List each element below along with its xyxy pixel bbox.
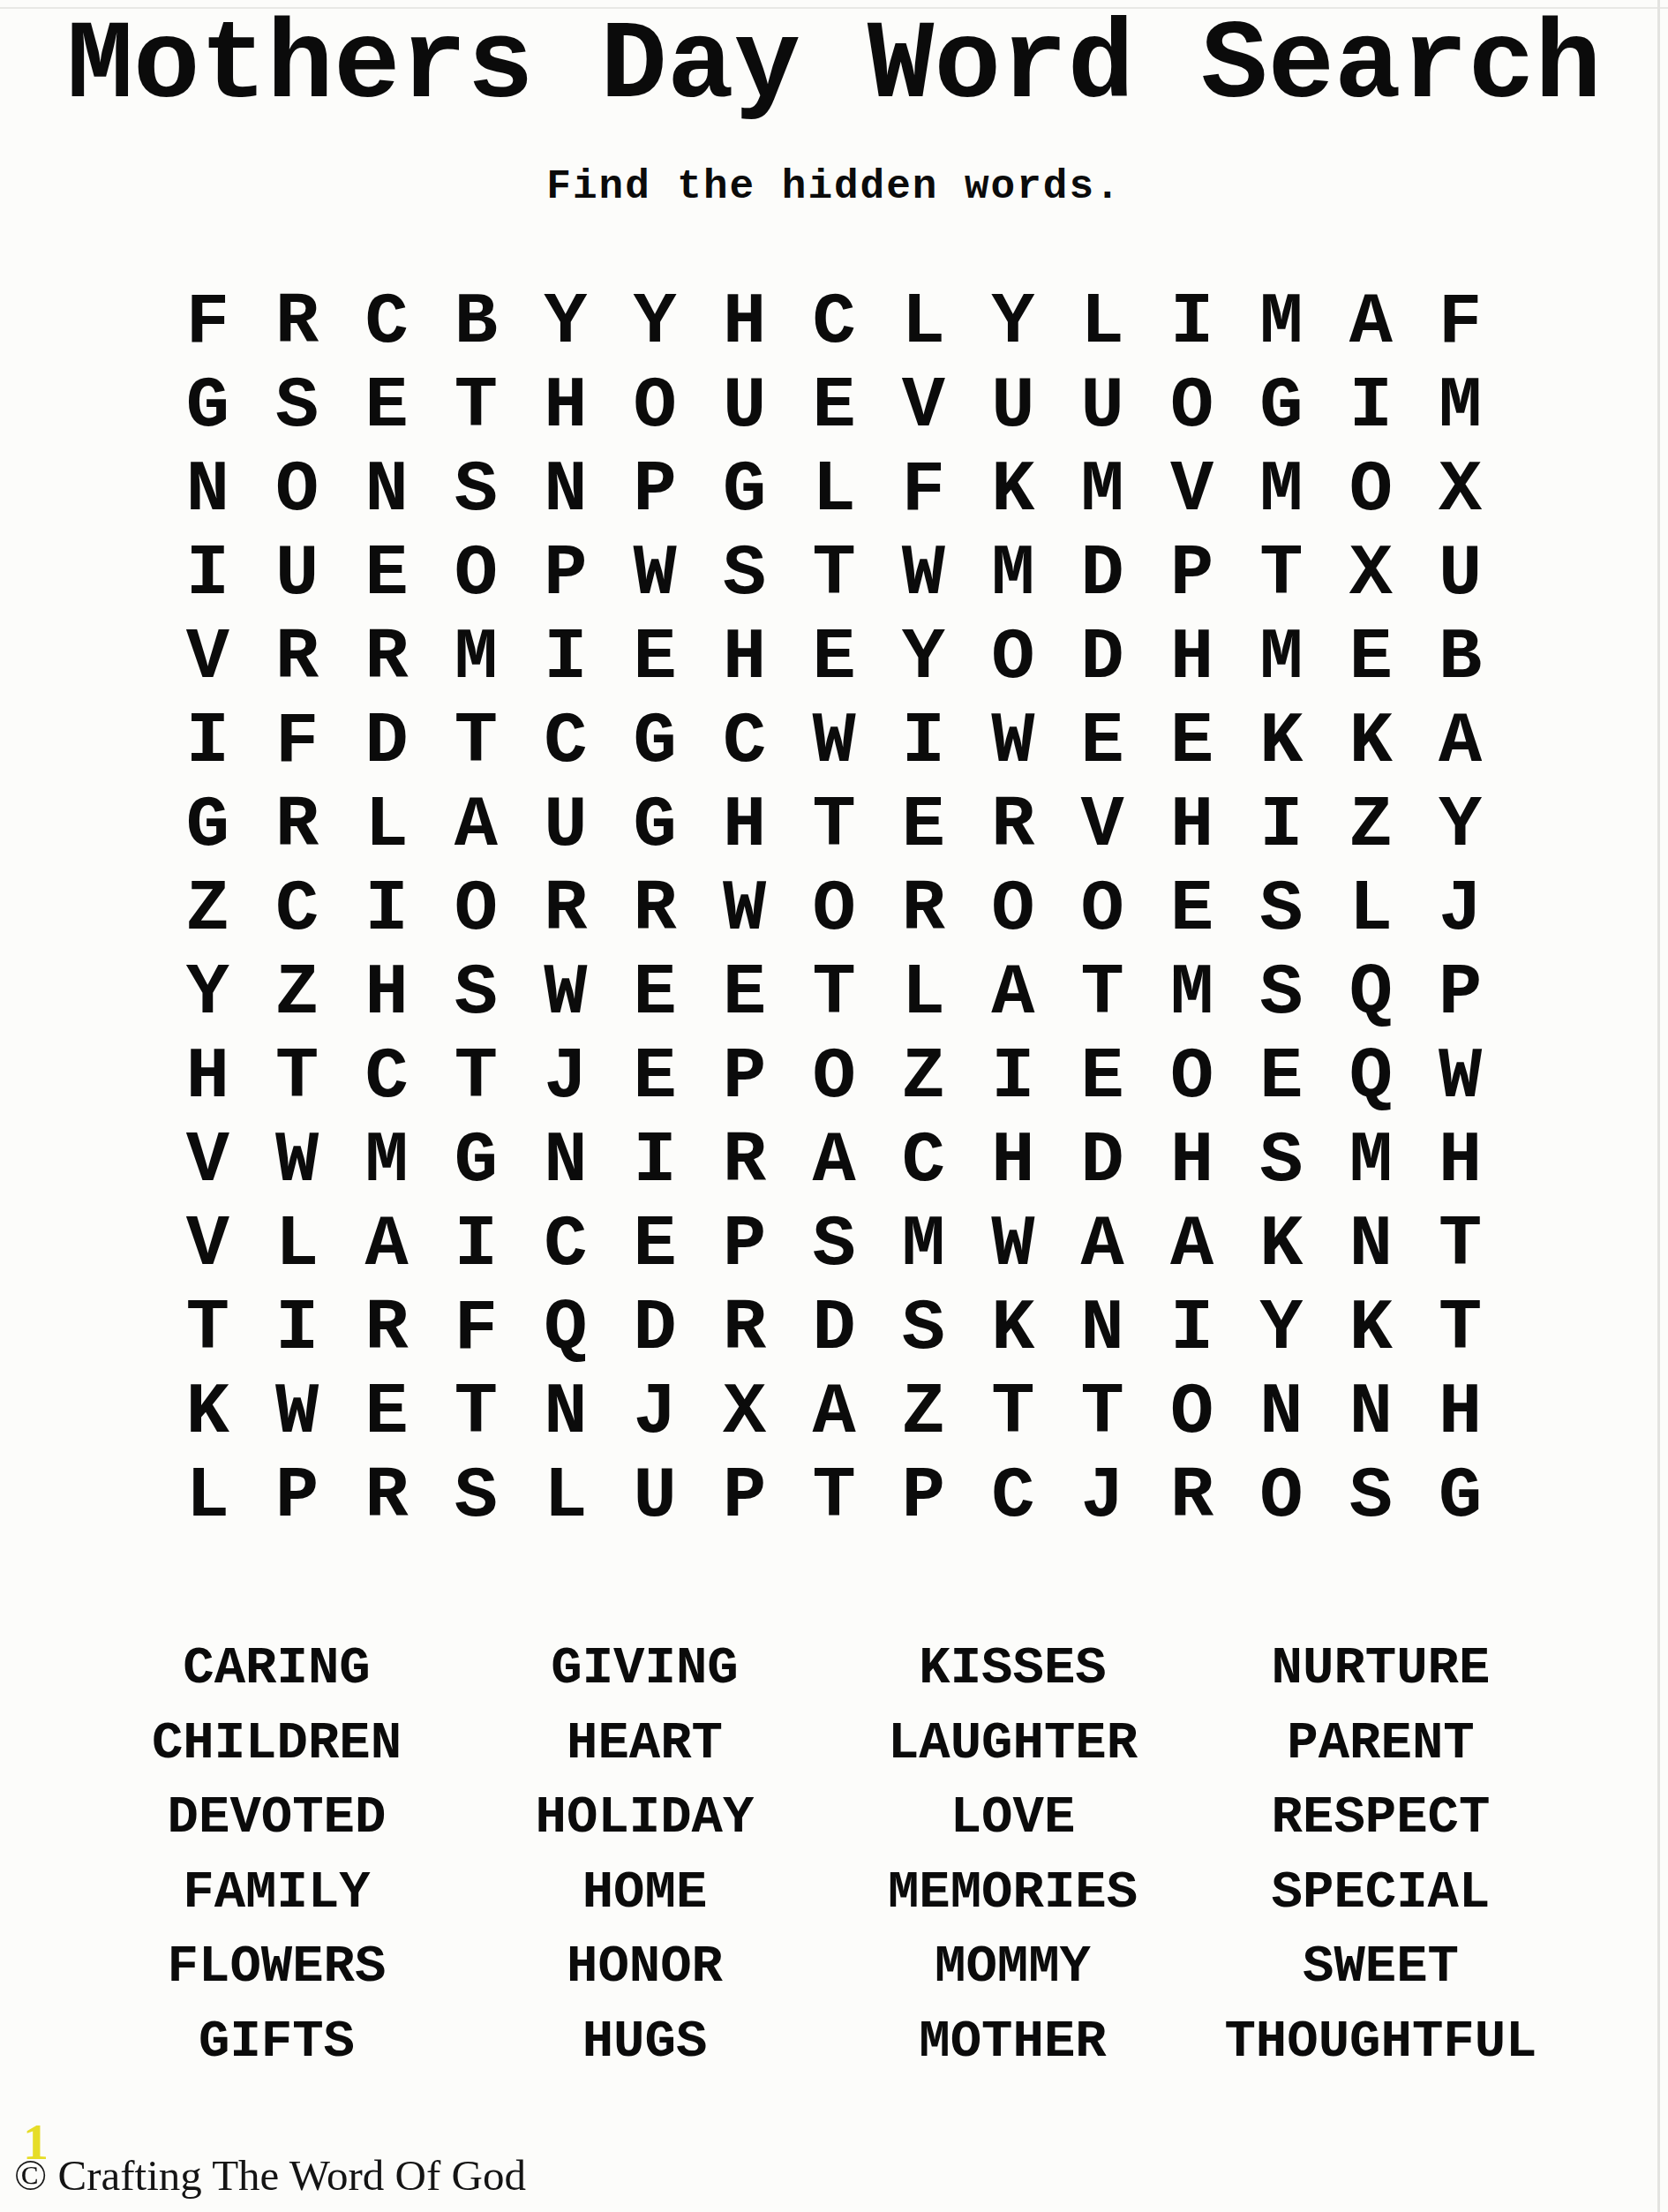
grid-cell-r1c4[interactable]: B [432,281,521,365]
grid-cell-r13c2[interactable]: I [252,1287,342,1371]
grid-cell-r12c8[interactable]: S [789,1203,878,1287]
grid-cell-r5c6[interactable]: E [611,616,700,700]
word-item-respect: RESPECT [1197,1781,1565,1856]
grid-cell-r10c7[interactable]: P [700,1035,789,1119]
grid-cell-r6c14[interactable]: K [1326,700,1416,784]
grid-cell-r12c13[interactable]: K [1236,1203,1326,1287]
grid-cell-r11c12[interactable]: H [1147,1119,1236,1203]
grid-cell-r4c11[interactable]: D [1057,532,1146,616]
word-item-home: HOME [461,1856,829,1931]
word-item-nurture: NURTURE [1197,1632,1565,1707]
word-item-giving: GIVING [461,1632,829,1707]
word-item-family: FAMILY [93,1856,461,1931]
word-item-sweet: SWEET [1197,1930,1565,2005]
grid-cell-r8c14[interactable]: L [1326,868,1416,952]
grid-cell-r12c3[interactable]: A [342,1203,431,1287]
grid-cell-r10c4[interactable]: T [432,1035,521,1119]
grid-cell-r6c11[interactable]: E [1057,700,1146,784]
word-item-hugs: HUGS [461,2005,829,2080]
grid-cell-r2c13[interactable]: G [1236,365,1326,448]
grid-cell-r15c11[interactable]: J [1057,1455,1146,1539]
grid-cell-r4c14[interactable]: X [1326,532,1416,616]
grid-cell-r1c15[interactable]: F [1416,281,1505,365]
grid-cell-r15c7[interactable]: P [700,1455,789,1539]
grid-cell-r5c9[interactable]: Y [879,616,968,700]
grid-cell-r15c1[interactable]: L [163,1455,252,1539]
grid-cell-r15c14[interactable]: S [1326,1455,1416,1539]
grid-cell-r14c12[interactable]: O [1147,1371,1236,1455]
grid-cell-r12c5[interactable]: C [521,1203,610,1287]
grid-cell-r5c5[interactable]: I [521,616,610,700]
grid-cell-r15c4[interactable]: S [432,1455,521,1539]
grid-cell-r2c7[interactable]: U [700,365,789,448]
grid-cell-r12c9[interactable]: M [879,1203,968,1287]
grid-cell-r7c15[interactable]: Y [1416,784,1505,868]
grid-cell-r7c2[interactable]: R [252,784,342,868]
grid-cell-r14c9[interactable]: Z [879,1371,968,1455]
grid-cell-r6c6[interactable]: G [611,700,700,784]
grid-cell-r10c6[interactable]: E [611,1035,700,1119]
grid-cell-r11c1[interactable]: V [163,1119,252,1203]
word-item-children: CHILDREN [93,1707,461,1782]
word-item-devoted: DEVOTED [93,1781,461,1856]
grid-cell-r4c5[interactable]: P [521,532,610,616]
grid-cell-r2c8[interactable]: E [789,365,878,448]
grid-cell-r12c1[interactable]: V [163,1203,252,1287]
grid-cell-r10c13[interactable]: E [1236,1035,1326,1119]
grid-cell-r2c3[interactable]: E [342,365,431,448]
grid-cell-r11c3[interactable]: M [342,1119,431,1203]
grid-cell-r3c11[interactable]: M [1057,448,1146,532]
word-item-thoughtful: THOUGHTFUL [1197,2005,1565,2080]
grid-cell-r3c5[interactable]: N [521,448,610,532]
grid-cell-r4c6[interactable]: W [611,532,700,616]
grid-cell-r5c12[interactable]: H [1147,616,1236,700]
grid-cell-r4c7[interactable]: S [700,532,789,616]
grid-cell-r2c4[interactable]: T [432,365,521,448]
grid-cell-r4c4[interactable]: O [432,532,521,616]
grid-cell-r8c8[interactable]: O [789,868,878,952]
grid-cell-r6c4[interactable]: T [432,700,521,784]
grid-cell-r9c3[interactable]: H [342,952,431,1035]
grid-cell-r10c5[interactable]: J [521,1035,610,1119]
grid-cell-r3c10[interactable]: K [968,448,1057,532]
grid-cell-r3c3[interactable]: N [342,448,431,532]
grid-cell-r8c5[interactable]: R [521,868,610,952]
grid-cell-r13c10[interactable]: K [968,1287,1057,1371]
grid-cell-r5c3[interactable]: R [342,616,431,700]
grid-cell-r2c10[interactable]: U [968,365,1057,448]
grid-cell-r3c9[interactable]: F [879,448,968,532]
word-list-column-3: KISSESLAUGHTERLOVEMEMORIESMOMMYMOTHER [829,1632,1197,2080]
grid-cell-r14c15[interactable]: H [1416,1371,1505,1455]
grid-cell-r2c2[interactable]: S [252,365,342,448]
grid-cell-r11c10[interactable]: H [968,1119,1057,1203]
word-item-parent: PARENT [1197,1707,1565,1782]
grid-cell-r10c14[interactable]: Q [1326,1035,1416,1119]
grid-cell-r10c11[interactable]: E [1057,1035,1146,1119]
grid-cell-r13c12[interactable]: I [1147,1287,1236,1371]
grid-cell-r15c13[interactable]: O [1236,1455,1326,1539]
grid-cell-r14c6[interactable]: J [611,1371,700,1455]
grid-cell-r8c4[interactable]: O [432,868,521,952]
grid-cell-r14c1[interactable]: K [163,1371,252,1455]
grid-cell-r4c2[interactable]: U [252,532,342,616]
grid-cell-r8c13[interactable]: S [1236,868,1326,952]
grid-cell-r9c7[interactable]: E [700,952,789,1035]
page-number: 1 [23,2117,49,2168]
scan-edge-right [1657,0,1660,2212]
grid-cell-r8c10[interactable]: O [968,868,1057,952]
grid-cell-r13c9[interactable]: S [879,1287,968,1371]
grid-cell-r1c9[interactable]: L [879,281,968,365]
grid-cell-r3c14[interactable]: O [1326,448,1416,532]
grid-cell-r3c8[interactable]: L [789,448,878,532]
grid-cell-r3c12[interactable]: V [1147,448,1236,532]
grid-cell-r10c9[interactable]: Z [879,1035,968,1119]
grid-cell-r6c1[interactable]: I [163,700,252,784]
grid-cell-r4c9[interactable]: W [879,532,968,616]
grid-cell-r1c6[interactable]: Y [611,281,700,365]
grid-cell-r5c13[interactable]: M [1236,616,1326,700]
grid-cell-r8c11[interactable]: O [1057,868,1146,952]
grid-cell-r11c6[interactable]: I [611,1119,700,1203]
grid-cell-r2c1[interactable]: G [163,365,252,448]
grid-cell-r11c2[interactable]: W [252,1119,342,1203]
grid-cell-r13c7[interactable]: R [700,1287,789,1371]
grid-cell-r4c15[interactable]: U [1416,532,1505,616]
grid-cell-r14c14[interactable]: N [1326,1371,1416,1455]
grid-cell-r1c5[interactable]: Y [521,281,610,365]
grid-cell-r5c15[interactable]: B [1416,616,1505,700]
grid-cell-r6c5[interactable]: C [521,700,610,784]
grid-cell-r9c5[interactable]: W [521,952,610,1035]
grid-cell-r7c8[interactable]: T [789,784,878,868]
word-list: CARINGCHILDRENDEVOTEDFAMILYFLOWERSGIFTS … [93,1632,1565,2080]
grid-cell-r13c14[interactable]: K [1326,1287,1416,1371]
grid-cell-r8c7[interactable]: W [700,868,789,952]
grid-cell-r9c14[interactable]: Q [1326,952,1416,1035]
word-item-holiday: HOLIDAY [461,1781,829,1856]
word-item-honor: HONOR [461,1930,829,2005]
grid-cell-r13c8[interactable]: D [789,1287,878,1371]
grid-cell-r12c15[interactable]: T [1416,1203,1505,1287]
word-item-kisses: KISSES [829,1632,1197,1707]
grid-cell-r15c6[interactable]: U [611,1455,700,1539]
grid-cell-r8c15[interactable]: J [1416,868,1505,952]
grid-cell-r2c14[interactable]: I [1326,365,1416,448]
grid-cell-r12c4[interactable]: I [432,1203,521,1287]
grid-cell-r3c2[interactable]: O [252,448,342,532]
grid-cell-r6c9[interactable]: I [879,700,968,784]
grid-cell-r1c2[interactable]: R [252,281,342,365]
grid-cell-r14c4[interactable]: T [432,1371,521,1455]
grid-cell-r7c6[interactable]: G [611,784,700,868]
grid-cell-r6c15[interactable]: A [1416,700,1505,784]
grid-cell-r4c13[interactable]: T [1236,532,1326,616]
grid-cell-r13c5[interactable]: Q [521,1287,610,1371]
grid-cell-r10c3[interactable]: C [342,1035,431,1119]
word-item-gifts: GIFTS [93,2005,461,2080]
grid-cell-r5c11[interactable]: D [1057,616,1146,700]
grid-cell-r11c14[interactable]: M [1326,1119,1416,1203]
grid-cell-r9c10[interactable]: A [968,952,1057,1035]
grid-cell-r1c3[interactable]: C [342,281,431,365]
grid-cell-r2c9[interactable]: V [879,365,968,448]
grid-cell-r8c12[interactable]: E [1147,868,1236,952]
grid-cell-r7c14[interactable]: Z [1326,784,1416,868]
word-list-column-4: NURTUREPARENTRESPECTSPECIALSWEETTHOUGHTF… [1197,1632,1565,2080]
grid-cell-r11c13[interactable]: S [1236,1119,1326,1203]
grid-cell-r3c13[interactable]: M [1236,448,1326,532]
grid-cell-r15c2[interactable]: P [252,1455,342,1539]
grid-cell-r9c12[interactable]: M [1147,952,1236,1035]
grid-cell-r13c3[interactable]: R [342,1287,431,1371]
grid-cell-r1c10[interactable]: Y [968,281,1057,365]
grid-cell-r5c4[interactable]: M [432,616,521,700]
grid-cell-r15c3[interactable]: R [342,1455,431,1539]
grid-cell-r13c13[interactable]: Y [1236,1287,1326,1371]
grid-cell-r9c9[interactable]: L [879,952,968,1035]
grid-cell-r14c3[interactable]: E [342,1371,431,1455]
word-list-column-2: GIVINGHEARTHOLIDAYHOMEHONORHUGS [461,1632,829,2080]
copyright-text: © Crafting The Word Of God [14,2150,526,2201]
grid-cell-r10c12[interactable]: O [1147,1035,1236,1119]
grid-cell-r4c3[interactable]: E [342,532,431,616]
grid-cell-r11c7[interactable]: R [700,1119,789,1203]
word-item-heart: HEART [461,1707,829,1782]
grid-cell-r9c2[interactable]: Z [252,952,342,1035]
word-search-grid: FRCBYYHCLYLIMAFGSETHOUEVUUOGIMNONSNPGLFK… [163,281,1506,1539]
grid-cell-r7c4[interactable]: A [432,784,521,868]
grid-cell-r3c15[interactable]: X [1416,448,1505,532]
word-item-memories: MEMORIES [829,1856,1197,1931]
grid-cell-r12c6[interactable]: E [611,1203,700,1287]
word-item-flowers: FLOWERS [93,1930,461,2005]
grid-cell-r15c10[interactable]: C [968,1455,1057,1539]
grid-cell-r1c11[interactable]: L [1057,281,1146,365]
grid-cell-r1c1[interactable]: F [163,281,252,365]
subtitle-instructions: Find the hidden words. [0,164,1668,210]
grid-cell-r9c8[interactable]: T [789,952,878,1035]
grid-cell-r14c7[interactable]: X [700,1371,789,1455]
grid-cell-r7c11[interactable]: V [1057,784,1146,868]
grid-cell-r5c7[interactable]: H [700,616,789,700]
grid-cell-r8c3[interactable]: I [342,868,431,952]
grid-cell-r7c10[interactable]: R [968,784,1057,868]
grid-cell-r7c13[interactable]: I [1236,784,1326,868]
grid-cell-r1c14[interactable]: A [1326,281,1416,365]
word-item-laughter: LAUGHTER [829,1707,1197,1782]
grid-cell-r14c8[interactable]: A [789,1371,878,1455]
word-item-caring: CARING [93,1632,461,1707]
grid-cell-r10c1[interactable]: H [163,1035,252,1119]
grid-cell-r2c6[interactable]: O [611,365,700,448]
grid-cell-r2c5[interactable]: H [521,365,610,448]
grid-cell-r6c2[interactable]: F [252,700,342,784]
word-item-special: SPECIAL [1197,1856,1565,1931]
word-item-mommy: MOMMY [829,1930,1197,2005]
page-title: Mothers Day Word Search [0,9,1668,125]
grid-cell-r12c7[interactable]: P [700,1203,789,1287]
grid-cell-r12c11[interactable]: A [1057,1203,1146,1287]
grid-cell-r3c7[interactable]: G [700,448,789,532]
grid-cell-r1c13[interactable]: M [1236,281,1326,365]
grid-cell-r9c6[interactable]: E [611,952,700,1035]
grid-cell-r7c7[interactable]: H [700,784,789,868]
worksheet-page: Mothers Day Word Search Find the hidden … [0,0,1668,2212]
grid-cell-r14c13[interactable]: N [1236,1371,1326,1455]
grid-cell-r6c10[interactable]: W [968,700,1057,784]
grid-cell-r6c13[interactable]: K [1236,700,1326,784]
grid-cell-r10c15[interactable]: W [1416,1035,1505,1119]
grid-cell-r5c10[interactable]: O [968,616,1057,700]
grid-cell-r14c11[interactable]: T [1057,1371,1146,1455]
grid-cell-r8c1[interactable]: Z [163,868,252,952]
grid-cell-r7c5[interactable]: U [521,784,610,868]
grid-cell-r1c7[interactable]: H [700,281,789,365]
grid-cell-r15c8[interactable]: T [789,1455,878,1539]
grid-cell-r9c11[interactable]: T [1057,952,1146,1035]
grid-cell-r6c3[interactable]: D [342,700,431,784]
grid-cell-r15c12[interactable]: R [1147,1455,1236,1539]
grid-cell-r12c2[interactable]: L [252,1203,342,1287]
grid-cell-r6c7[interactable]: C [700,700,789,784]
grid-cell-r12c14[interactable]: N [1326,1203,1416,1287]
grid-cell-r5c8[interactable]: E [789,616,878,700]
grid-cell-r11c8[interactable]: A [789,1119,878,1203]
grid-cell-r12c10[interactable]: W [968,1203,1057,1287]
grid-cell-r2c12[interactable]: O [1147,365,1236,448]
grid-cell-r14c10[interactable]: T [968,1371,1057,1455]
grid-cell-r2c15[interactable]: M [1416,365,1505,448]
grid-cell-r8c9[interactable]: R [879,868,968,952]
grid-cell-r7c1[interactable]: G [163,784,252,868]
word-list-column-1: CARINGCHILDRENDEVOTEDFAMILYFLOWERSGIFTS [93,1632,461,2080]
grid-cell-r10c8[interactable]: O [789,1035,878,1119]
grid-cell-r6c8[interactable]: W [789,700,878,784]
grid-cell-r11c15[interactable]: H [1416,1119,1505,1203]
grid-cell-r13c6[interactable]: D [611,1287,700,1371]
grid-cell-r3c1[interactable]: N [163,448,252,532]
grid-cell-r13c4[interactable]: F [432,1287,521,1371]
grid-cell-r10c10[interactable]: I [968,1035,1057,1119]
word-item-mother: MOTHER [829,2005,1197,2080]
grid-cell-r4c8[interactable]: T [789,532,878,616]
grid-cell-r15c5[interactable]: L [521,1455,610,1539]
grid-cell-r8c2[interactable]: C [252,868,342,952]
grid-cell-r13c11[interactable]: N [1057,1287,1146,1371]
grid-cell-r11c4[interactable]: G [432,1119,521,1203]
grid-cell-r2c11[interactable]: U [1057,365,1146,448]
grid-cell-r11c5[interactable]: N [521,1119,610,1203]
grid-cell-r8c6[interactable]: R [611,868,700,952]
grid-cell-r4c1[interactable]: I [163,532,252,616]
grid-cell-r7c9[interactable]: E [879,784,968,868]
grid-cell-r5c1[interactable]: V [163,616,252,700]
grid-cell-r9c4[interactable]: S [432,952,521,1035]
grid-cell-r15c15[interactable]: G [1416,1455,1505,1539]
grid-cell-r7c3[interactable]: L [342,784,431,868]
grid-cell-r5c14[interactable]: E [1326,616,1416,700]
grid-cell-r9c1[interactable]: Y [163,952,252,1035]
grid-cell-r13c1[interactable]: T [163,1287,252,1371]
grid-cell-r1c12[interactable]: I [1147,281,1236,365]
grid-cell-r1c8[interactable]: C [789,281,878,365]
grid-cell-r14c2[interactable]: W [252,1371,342,1455]
grid-cell-r12c12[interactable]: A [1147,1203,1236,1287]
grid-cell-r9c13[interactable]: S [1236,952,1326,1035]
grid-cell-r13c15[interactable]: T [1416,1287,1505,1371]
grid-cell-r11c11[interactable]: D [1057,1119,1146,1203]
grid-cell-r4c10[interactable]: M [968,532,1057,616]
grid-cell-r3c6[interactable]: P [611,448,700,532]
grid-cell-r7c12[interactable]: H [1147,784,1236,868]
grid-cell-r9c15[interactable]: P [1416,952,1505,1035]
word-item-love: LOVE [829,1781,1197,1856]
grid-cell-r11c9[interactable]: C [879,1119,968,1203]
grid-cell-r14c5[interactable]: N [521,1371,610,1455]
grid-cell-r3c4[interactable]: S [432,448,521,532]
grid-cell-r4c12[interactable]: P [1147,532,1236,616]
grid-cell-r5c2[interactable]: R [252,616,342,700]
grid-cell-r15c9[interactable]: P [879,1455,968,1539]
grid-cell-r6c12[interactable]: E [1147,700,1236,784]
grid-cell-r10c2[interactable]: T [252,1035,342,1119]
